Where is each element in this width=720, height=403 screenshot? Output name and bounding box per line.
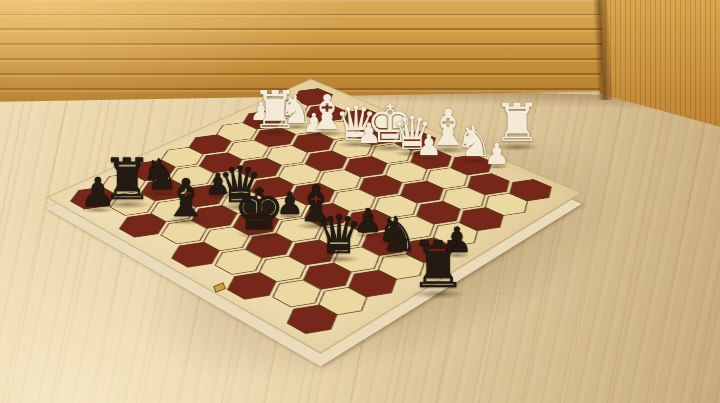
black-extra-piece: ♟	[76, 170, 120, 214]
photo-of-hexagonal-chess-set: ♜♞♝♛♚♛♝♞♜♟♟♟♟♟♟♜♞♝♛♚♝♛♞♜♟♟♟♟	[0, 0, 720, 403]
black-queen-piece: ♛	[310, 206, 368, 264]
pieces-layer: ♜♞♝♛♚♛♝♞♜♟♟♟♟♟♟♜♞♝♛♚♝♛♞♜♟♟♟♟	[0, 0, 720, 403]
white-pawn-piece: ♟	[414, 130, 445, 161]
black-bishop-piece: ♝	[158, 170, 214, 226]
white-rook-piece: ♜	[247, 82, 303, 138]
black-rook-piece: ♜	[403, 230, 473, 300]
black-king-piece: ♚	[228, 178, 290, 240]
white-pawn-piece: ♟	[481, 138, 513, 170]
